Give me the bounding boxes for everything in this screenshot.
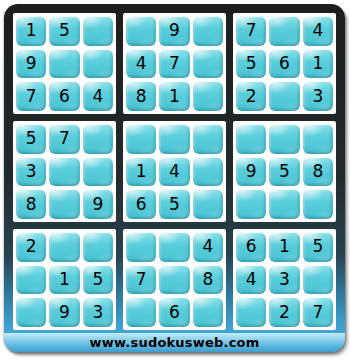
cell-r4c6[interactable] <box>193 124 223 154</box>
cell-r3c5[interactable]: 1 <box>159 81 189 111</box>
cell-r4c4[interactable] <box>126 124 156 154</box>
cell-r5c3[interactable] <box>83 157 113 187</box>
cell-r8c5[interactable] <box>159 265 189 295</box>
cell-r2c7[interactable]: 5 <box>236 49 266 79</box>
cell-r8c3[interactable]: 5 <box>83 265 113 295</box>
cell-r3c9[interactable]: 3 <box>303 81 333 111</box>
cell-r9c4[interactable] <box>126 297 156 327</box>
cell-r8c7[interactable]: 4 <box>236 265 266 295</box>
cell-r7c4[interactable] <box>126 232 156 262</box>
cell-r5c8[interactable]: 5 <box>269 157 299 187</box>
cell-r5c7[interactable]: 9 <box>236 157 266 187</box>
cell-r1c4[interactable] <box>126 16 156 46</box>
cell-r8c2[interactable]: 1 <box>49 265 79 295</box>
cell-r4c9[interactable] <box>303 124 333 154</box>
footer-bar: www.sudokusweb.com <box>4 333 345 352</box>
cell-r2c1[interactable]: 9 <box>16 49 46 79</box>
cell-r7c5[interactable] <box>159 232 189 262</box>
cell-r1c2[interactable]: 5 <box>49 16 79 46</box>
cell-r8c4[interactable]: 7 <box>126 265 156 295</box>
cell-r1c3[interactable] <box>83 16 113 46</box>
cell-r2c4[interactable]: 4 <box>126 49 156 79</box>
cell-r1c1[interactable]: 1 <box>16 16 46 46</box>
box-r3c2: 4786 <box>123 229 226 330</box>
cell-r6c2[interactable] <box>49 189 79 219</box>
cell-r6c6[interactable] <box>193 189 223 219</box>
cell-r1c9[interactable]: 4 <box>303 16 333 46</box>
cell-r5c6[interactable] <box>193 157 223 187</box>
cell-r3c7[interactable]: 2 <box>236 81 266 111</box>
cell-r2c9[interactable]: 1 <box>303 49 333 79</box>
sudoku-board: 1597649478174561235738914659582159347866… <box>13 13 336 330</box>
cell-r5c5[interactable]: 4 <box>159 157 189 187</box>
cell-r6c3[interactable]: 9 <box>83 189 113 219</box>
board-frame: 1597649478174561235738914659582159347866… <box>4 4 345 352</box>
cell-r2c5[interactable]: 7 <box>159 49 189 79</box>
cell-r1c6[interactable] <box>193 16 223 46</box>
box-r3c1: 21593 <box>13 229 116 330</box>
cell-r7c3[interactable] <box>83 232 113 262</box>
cell-r3c6[interactable] <box>193 81 223 111</box>
cell-r6c7[interactable] <box>236 189 266 219</box>
cell-r3c8[interactable] <box>269 81 299 111</box>
cell-r6c1[interactable]: 8 <box>16 189 46 219</box>
cell-r5c1[interactable]: 3 <box>16 157 46 187</box>
cell-r9c2[interactable]: 9 <box>49 297 79 327</box>
cell-r8c6[interactable]: 8 <box>193 265 223 295</box>
cell-r9c3[interactable]: 3 <box>83 297 113 327</box>
cell-r7c7[interactable]: 6 <box>236 232 266 262</box>
cell-r6c8[interactable] <box>269 189 299 219</box>
box-r2c2: 1465 <box>123 121 226 222</box>
cell-r4c1[interactable]: 5 <box>16 124 46 154</box>
cell-r5c4[interactable]: 1 <box>126 157 156 187</box>
cell-r2c6[interactable] <box>193 49 223 79</box>
cell-r8c8[interactable]: 3 <box>269 265 299 295</box>
cell-r9c7[interactable] <box>236 297 266 327</box>
cell-r2c8[interactable]: 6 <box>269 49 299 79</box>
cell-r7c1[interactable]: 2 <box>16 232 46 262</box>
cell-r9c8[interactable]: 2 <box>269 297 299 327</box>
cell-r8c9[interactable] <box>303 265 333 295</box>
cell-r3c1[interactable]: 7 <box>16 81 46 111</box>
cell-r2c2[interactable] <box>49 49 79 79</box>
cell-r6c5[interactable]: 5 <box>159 189 189 219</box>
cell-r8c1[interactable] <box>16 265 46 295</box>
cell-r4c5[interactable] <box>159 124 189 154</box>
cell-r7c8[interactable]: 1 <box>269 232 299 262</box>
cell-r9c9[interactable]: 7 <box>303 297 333 327</box>
cell-r6c4[interactable]: 6 <box>126 189 156 219</box>
box-r1c1: 159764 <box>13 13 116 114</box>
cell-r6c9[interactable] <box>303 189 333 219</box>
website-url[interactable]: www.sudokusweb.com <box>90 335 260 350</box>
cell-r7c9[interactable]: 5 <box>303 232 333 262</box>
cell-r3c2[interactable]: 6 <box>49 81 79 111</box>
cell-r9c5[interactable]: 6 <box>159 297 189 327</box>
cell-r3c4[interactable]: 8 <box>126 81 156 111</box>
cell-r4c8[interactable] <box>269 124 299 154</box>
cell-r9c6[interactable] <box>193 297 223 327</box>
cell-r7c2[interactable] <box>49 232 79 262</box>
cell-r1c8[interactable] <box>269 16 299 46</box>
cell-r9c1[interactable] <box>16 297 46 327</box>
cell-r5c2[interactable] <box>49 157 79 187</box>
cell-r1c5[interactable]: 9 <box>159 16 189 46</box>
box-r2c1: 57389 <box>13 121 116 222</box>
cell-r1c7[interactable]: 7 <box>236 16 266 46</box>
cell-r7c6[interactable]: 4 <box>193 232 223 262</box>
box-r2c3: 958 <box>233 121 336 222</box>
cell-r4c7[interactable] <box>236 124 266 154</box>
cell-r4c3[interactable] <box>83 124 113 154</box>
box-r1c2: 94781 <box>123 13 226 114</box>
cell-r5c9[interactable]: 8 <box>303 157 333 187</box>
box-r1c3: 7456123 <box>233 13 336 114</box>
cell-r2c3[interactable] <box>83 49 113 79</box>
box-r3c3: 6154327 <box>233 229 336 330</box>
cell-r3c3[interactable]: 4 <box>83 81 113 111</box>
cell-r4c2[interactable]: 7 <box>49 124 79 154</box>
